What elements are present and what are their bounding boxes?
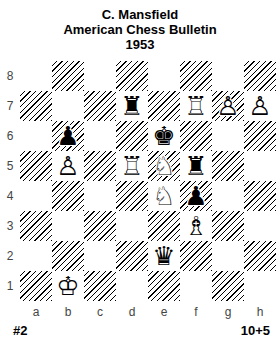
square-g8 xyxy=(212,61,244,91)
piece-glyph: ♚ xyxy=(148,121,180,151)
square-f8 xyxy=(180,61,212,91)
source-name: American Chess Bulletin xyxy=(0,22,280,37)
file-label-c: c xyxy=(84,301,116,320)
square-e7 xyxy=(148,91,180,121)
piece-glyph: ♟ xyxy=(180,181,212,211)
black-rook: ♜♜ xyxy=(116,91,148,121)
square-f2 xyxy=(180,241,212,271)
square-f7: ♜♖ xyxy=(180,91,212,121)
square-b6: ♟♟ xyxy=(52,121,84,151)
square-e8 xyxy=(148,61,180,91)
white-king: ♚♔ xyxy=(52,271,84,301)
square-d3 xyxy=(116,211,148,241)
white-rook: ♜♖ xyxy=(116,151,148,181)
square-f4: ♟♟ xyxy=(180,181,212,211)
file-label-e: e xyxy=(148,301,180,320)
white-rook: ♜♖ xyxy=(180,91,212,121)
square-b1: ♚♔ xyxy=(52,271,84,301)
diagram-caption: #2 10+5 xyxy=(0,320,280,338)
stipulation-mate-in-2: #2 xyxy=(13,323,27,338)
publication-year: 1953 xyxy=(0,37,280,52)
file-label-f: f xyxy=(180,301,212,320)
square-a6 xyxy=(20,121,52,151)
square-c8 xyxy=(84,61,116,91)
square-d2 xyxy=(116,241,148,271)
piece-glyph: ♙ xyxy=(212,91,244,121)
black-pawn: ♟♟ xyxy=(52,121,84,151)
piece-glyph: ♛ xyxy=(148,241,180,271)
board-corner-spacer xyxy=(0,301,20,320)
square-h5 xyxy=(244,151,276,181)
square-g4 xyxy=(212,181,244,211)
square-d6 xyxy=(116,121,148,151)
square-a8 xyxy=(20,61,52,91)
black-queen: ♛♛ xyxy=(148,241,180,271)
piece-glyph: ♔ xyxy=(52,271,84,301)
square-c3 xyxy=(84,211,116,241)
chess-board: 87♜♜♜♖♟♙♟♙6♟♟♚♚5♟♙♜♖♞♘♜♜4♞♘♟♟3♝♗2♛♛1♚♔ab… xyxy=(0,61,280,320)
square-d5: ♜♖ xyxy=(116,151,148,181)
rank-label-8: 8 xyxy=(0,61,20,91)
square-e1 xyxy=(148,271,180,301)
square-c6 xyxy=(84,121,116,151)
square-d8 xyxy=(116,61,148,91)
file-label-d: d xyxy=(116,301,148,320)
rank-label-1: 1 xyxy=(0,271,20,301)
square-h1 xyxy=(244,271,276,301)
square-b3 xyxy=(52,211,84,241)
square-c5 xyxy=(84,151,116,181)
file-label-g: g xyxy=(212,301,244,320)
piece-glyph: ♜ xyxy=(116,91,148,121)
square-e4: ♞♘ xyxy=(148,181,180,211)
rank-label-5: 5 xyxy=(0,151,20,181)
white-knight: ♞♘ xyxy=(148,151,180,181)
square-h2 xyxy=(244,241,276,271)
square-b8 xyxy=(52,61,84,91)
diagram-header: C. Mansfield American Chess Bulletin 195… xyxy=(0,0,280,52)
square-f6 xyxy=(180,121,212,151)
square-c2 xyxy=(84,241,116,271)
square-a1 xyxy=(20,271,52,301)
square-g6 xyxy=(212,121,244,151)
square-g3 xyxy=(212,211,244,241)
square-a3 xyxy=(20,211,52,241)
piece-glyph: ♗ xyxy=(180,211,212,241)
piece-glyph: ♟ xyxy=(52,121,84,151)
square-d7: ♜♜ xyxy=(116,91,148,121)
piece-glyph: ♘ xyxy=(148,151,180,181)
square-h4 xyxy=(244,181,276,211)
square-d4 xyxy=(116,181,148,211)
square-e2: ♛♛ xyxy=(148,241,180,271)
square-e3 xyxy=(148,211,180,241)
square-h8 xyxy=(244,61,276,91)
square-a5 xyxy=(20,151,52,181)
rank-label-2: 2 xyxy=(0,241,20,271)
square-b7 xyxy=(52,91,84,121)
white-knight: ♞♘ xyxy=(148,181,180,211)
square-h3 xyxy=(244,211,276,241)
square-g1 xyxy=(212,271,244,301)
square-a7 xyxy=(20,91,52,121)
square-b2 xyxy=(52,241,84,271)
piece-glyph: ♖ xyxy=(180,91,212,121)
white-pawn: ♟♙ xyxy=(244,91,276,121)
square-b5: ♟♙ xyxy=(52,151,84,181)
black-pawn: ♟♟ xyxy=(180,181,212,211)
composer-name: C. Mansfield xyxy=(0,7,280,22)
white-pawn: ♟♙ xyxy=(212,91,244,121)
square-c4 xyxy=(84,181,116,211)
square-g7: ♟♙ xyxy=(212,91,244,121)
file-label-a: a xyxy=(20,301,52,320)
square-e6: ♚♚ xyxy=(148,121,180,151)
file-label-b: b xyxy=(52,301,84,320)
square-f1 xyxy=(180,271,212,301)
rank-label-6: 6 xyxy=(0,121,20,151)
square-f5: ♜♜ xyxy=(180,151,212,181)
square-h7: ♟♙ xyxy=(244,91,276,121)
rank-label-3: 3 xyxy=(0,211,20,241)
square-c1 xyxy=(84,271,116,301)
rank-label-4: 4 xyxy=(0,181,20,211)
piece-glyph: ♙ xyxy=(52,151,84,181)
piece-glyph: ♙ xyxy=(244,91,276,121)
square-h6 xyxy=(244,121,276,151)
square-a2 xyxy=(20,241,52,271)
square-d1 xyxy=(116,271,148,301)
square-g2 xyxy=(212,241,244,271)
white-bishop: ♝♗ xyxy=(180,211,212,241)
piece-glyph: ♖ xyxy=(116,151,148,181)
black-rook: ♜♜ xyxy=(180,151,212,181)
piece-glyph: ♜ xyxy=(180,151,212,181)
square-e5: ♞♘ xyxy=(148,151,180,181)
file-label-h: h xyxy=(244,301,276,320)
white-pawn: ♟♙ xyxy=(52,151,84,181)
square-a4 xyxy=(20,181,52,211)
square-g5 xyxy=(212,151,244,181)
piece-count: 10+5 xyxy=(241,323,270,338)
rank-label-7: 7 xyxy=(0,91,20,121)
square-c7 xyxy=(84,91,116,121)
square-b4 xyxy=(52,181,84,211)
square-f3: ♝♗ xyxy=(180,211,212,241)
black-king: ♚♚ xyxy=(148,121,180,151)
piece-glyph: ♘ xyxy=(148,181,180,211)
